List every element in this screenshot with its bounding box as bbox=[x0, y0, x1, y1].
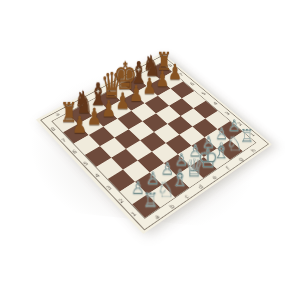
chess-set-photo: abcdefgh abcdefgh 87654321 87654321 ♜♞♝♛… bbox=[0, 0, 285, 285]
piece-white-glass-knight[interactable]: ♘ bbox=[157, 178, 175, 200]
square-a7[interactable]: ♟ bbox=[63, 124, 89, 143]
piece-black-wood-pawn[interactable]: ♟ bbox=[155, 69, 169, 91]
piece-black-wood-pawn[interactable]: ♟ bbox=[168, 62, 182, 83]
piece-black-wood-pawn[interactable]: ♟ bbox=[129, 83, 143, 105]
piece-black-wood-pawn[interactable]: ♟ bbox=[87, 106, 102, 129]
piece-black-wood-pawn[interactable]: ♟ bbox=[72, 114, 87, 138]
board-perspective: abcdefgh abcdefgh 87654321 87654321 ♜♞♝♛… bbox=[62, 40, 247, 225]
piece-black-wood-pawn[interactable]: ♟ bbox=[101, 98, 116, 121]
board-squares: ♜♞♝♛♚♝♞♜♟♟♟♟♟♟♟♟♙♙♙♙♙♙♙♙♖♘♗♕♔♗♘♖ bbox=[53, 63, 256, 218]
piece-black-wood-pawn[interactable]: ♟ bbox=[142, 76, 156, 98]
piece-black-wood-pawn[interactable]: ♟ bbox=[115, 90, 129, 113]
piece-white-glass-rook[interactable]: ♖ bbox=[142, 190, 158, 210]
board-scene: abcdefgh abcdefgh 87654321 87654321 ♜♞♝♛… bbox=[62, 40, 247, 225]
